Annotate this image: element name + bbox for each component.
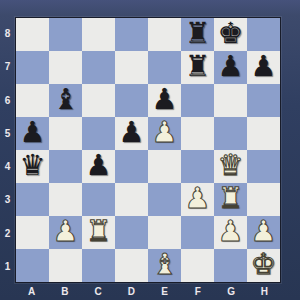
black-pawn-a5[interactable]: ♟ — [20, 118, 46, 147]
square-b4[interactable] — [49, 150, 82, 183]
square-h4[interactable] — [247, 150, 280, 183]
square-b2[interactable]: ♟ — [49, 216, 82, 249]
rank-label-8: 8 — [0, 17, 15, 50]
rank-label-4: 4 — [0, 150, 15, 183]
rank-label-7: 7 — [0, 50, 15, 83]
chess-diagram: 8 7 6 5 4 3 2 1 ♜♚♜♟♟♝♟♟♟♟♛♟♛♟♜♟♜♟♟♝♚ A … — [0, 0, 300, 300]
square-d6[interactable] — [115, 84, 148, 117]
square-g4[interactable]: ♛ — [214, 150, 247, 183]
square-g1[interactable] — [214, 249, 247, 282]
square-e1[interactable]: ♝ — [148, 249, 181, 282]
square-c1[interactable] — [82, 249, 115, 282]
square-g8[interactable]: ♚ — [214, 18, 247, 51]
square-a2[interactable] — [16, 216, 49, 249]
file-label-f: F — [181, 283, 214, 299]
square-b7[interactable] — [49, 51, 82, 84]
square-d1[interactable] — [115, 249, 148, 282]
square-c3[interactable] — [82, 183, 115, 216]
black-king-g8[interactable]: ♚ — [218, 19, 244, 48]
square-a3[interactable] — [16, 183, 49, 216]
square-c8[interactable] — [82, 18, 115, 51]
black-bishop-b6[interactable]: ♝ — [53, 85, 79, 114]
square-g2[interactable]: ♟ — [214, 216, 247, 249]
file-labels: A B C D E F G H — [15, 283, 281, 299]
square-h5[interactable] — [247, 117, 280, 150]
black-pawn-g7[interactable]: ♟ — [218, 52, 244, 81]
square-c6[interactable] — [82, 84, 115, 117]
white-pawn-e5[interactable]: ♟ — [152, 118, 178, 147]
square-a6[interactable] — [16, 84, 49, 117]
square-e7[interactable] — [148, 51, 181, 84]
white-king-h1[interactable]: ♚ — [251, 250, 277, 279]
square-a4[interactable]: ♛ — [16, 150, 49, 183]
file-label-c: C — [82, 283, 115, 299]
file-label-d: D — [115, 283, 148, 299]
square-b6[interactable]: ♝ — [49, 84, 82, 117]
square-e5[interactable]: ♟ — [148, 117, 181, 150]
file-label-h: H — [248, 283, 281, 299]
white-rook-c2[interactable]: ♜ — [86, 217, 112, 246]
file-label-e: E — [148, 283, 181, 299]
square-e2[interactable] — [148, 216, 181, 249]
square-b3[interactable] — [49, 183, 82, 216]
black-pawn-d5[interactable]: ♟ — [119, 118, 145, 147]
square-f6[interactable] — [181, 84, 214, 117]
chessboard[interactable]: ♜♚♜♟♟♝♟♟♟♟♛♟♛♟♜♟♜♟♟♝♚ — [15, 17, 281, 283]
white-pawn-b2[interactable]: ♟ — [53, 217, 79, 246]
black-pawn-c4[interactable]: ♟ — [86, 151, 112, 180]
square-e6[interactable]: ♟ — [148, 84, 181, 117]
file-label-g: G — [215, 283, 248, 299]
square-d8[interactable] — [115, 18, 148, 51]
square-h7[interactable]: ♟ — [247, 51, 280, 84]
square-f8[interactable]: ♜ — [181, 18, 214, 51]
square-h3[interactable] — [247, 183, 280, 216]
white-queen-g4[interactable]: ♛ — [218, 151, 244, 180]
square-f2[interactable] — [181, 216, 214, 249]
white-pawn-g2[interactable]: ♟ — [218, 217, 244, 246]
square-f5[interactable] — [181, 117, 214, 150]
square-d4[interactable] — [115, 150, 148, 183]
white-pawn-f3[interactable]: ♟ — [185, 184, 211, 213]
white-bishop-e1[interactable]: ♝ — [152, 250, 178, 279]
square-e3[interactable] — [148, 183, 181, 216]
square-d3[interactable] — [115, 183, 148, 216]
black-rook-f7[interactable]: ♜ — [185, 52, 211, 81]
rank-label-3: 3 — [0, 183, 15, 216]
square-g6[interactable] — [214, 84, 247, 117]
square-f7[interactable]: ♜ — [181, 51, 214, 84]
black-rook-f8[interactable]: ♜ — [185, 19, 211, 48]
square-h8[interactable] — [247, 18, 280, 51]
square-g3[interactable]: ♜ — [214, 183, 247, 216]
square-a8[interactable] — [16, 18, 49, 51]
square-g7[interactable]: ♟ — [214, 51, 247, 84]
square-b8[interactable] — [49, 18, 82, 51]
square-a1[interactable] — [16, 249, 49, 282]
rank-label-1: 1 — [0, 250, 15, 283]
black-pawn-e6[interactable]: ♟ — [152, 85, 178, 114]
rank-label-5: 5 — [0, 117, 15, 150]
square-e4[interactable] — [148, 150, 181, 183]
square-b5[interactable] — [49, 117, 82, 150]
file-label-b: B — [48, 283, 81, 299]
square-d2[interactable] — [115, 216, 148, 249]
square-c7[interactable] — [82, 51, 115, 84]
square-c2[interactable]: ♜ — [82, 216, 115, 249]
square-c5[interactable] — [82, 117, 115, 150]
black-queen-a4[interactable]: ♛ — [20, 151, 46, 180]
file-label-a: A — [15, 283, 48, 299]
white-rook-g3[interactable]: ♜ — [218, 184, 244, 213]
square-f3[interactable]: ♟ — [181, 183, 214, 216]
square-d5[interactable]: ♟ — [115, 117, 148, 150]
square-f4[interactable] — [181, 150, 214, 183]
square-g5[interactable] — [214, 117, 247, 150]
square-c4[interactable]: ♟ — [82, 150, 115, 183]
black-pawn-h7[interactable]: ♟ — [251, 52, 277, 81]
square-b1[interactable] — [49, 249, 82, 282]
rank-label-6: 6 — [0, 84, 15, 117]
square-a5[interactable]: ♟ — [16, 117, 49, 150]
square-e8[interactable] — [148, 18, 181, 51]
square-d7[interactable] — [115, 51, 148, 84]
square-h1[interactable]: ♚ — [247, 249, 280, 282]
square-f1[interactable] — [181, 249, 214, 282]
square-a7[interactable] — [16, 51, 49, 84]
rank-labels: 8 7 6 5 4 3 2 1 — [0, 17, 15, 283]
rank-label-2: 2 — [0, 217, 15, 250]
white-pawn-h2[interactable]: ♟ — [251, 217, 277, 246]
square-h6[interactable] — [247, 84, 280, 117]
square-h2[interactable]: ♟ — [247, 216, 280, 249]
